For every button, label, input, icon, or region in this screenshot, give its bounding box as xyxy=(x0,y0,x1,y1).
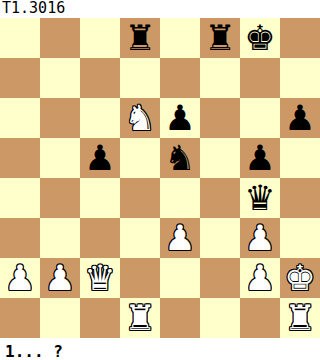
piece-white-queen: ♛ xyxy=(84,258,115,298)
square-g5[interactable]: ♟ xyxy=(240,138,280,178)
square-d2[interactable] xyxy=(120,258,160,298)
piece-black-pawn: ♟ xyxy=(244,138,275,178)
square-d8[interactable]: ♜ xyxy=(120,18,160,58)
square-f8[interactable]: ♜ xyxy=(200,18,240,58)
square-c6[interactable] xyxy=(80,98,120,138)
square-b8[interactable] xyxy=(40,18,80,58)
square-d3[interactable] xyxy=(120,218,160,258)
square-g8[interactable]: ♚ xyxy=(240,18,280,58)
piece-white-pawn: ♟ xyxy=(244,258,275,298)
square-h4[interactable] xyxy=(280,178,320,218)
square-d1[interactable]: ♜ xyxy=(120,298,160,338)
square-b1[interactable] xyxy=(40,298,80,338)
square-g2[interactable]: ♟ xyxy=(240,258,280,298)
square-a7[interactable] xyxy=(0,58,40,98)
square-e4[interactable] xyxy=(160,178,200,218)
square-e5[interactable]: ♞ xyxy=(160,138,200,178)
square-h7[interactable] xyxy=(280,58,320,98)
square-a5[interactable] xyxy=(0,138,40,178)
square-b6[interactable] xyxy=(40,98,80,138)
square-c7[interactable] xyxy=(80,58,120,98)
square-c5[interactable]: ♟ xyxy=(80,138,120,178)
square-a3[interactable] xyxy=(0,218,40,258)
square-g3[interactable]: ♟ xyxy=(240,218,280,258)
puzzle-id: T1.3016 xyxy=(0,0,320,18)
square-d5[interactable] xyxy=(120,138,160,178)
piece-white-rook: ♜ xyxy=(124,298,155,338)
piece-black-rook: ♜ xyxy=(124,18,155,58)
square-g7[interactable] xyxy=(240,58,280,98)
piece-black-pawn: ♟ xyxy=(284,98,315,138)
square-a4[interactable] xyxy=(0,178,40,218)
piece-white-rook: ♜ xyxy=(284,298,315,338)
square-c2[interactable]: ♛ xyxy=(80,258,120,298)
square-a6[interactable] xyxy=(0,98,40,138)
square-a1[interactable] xyxy=(0,298,40,338)
piece-black-pawn: ♟ xyxy=(164,98,195,138)
piece-black-queen: ♛ xyxy=(244,178,275,218)
square-h3[interactable] xyxy=(280,218,320,258)
square-g1[interactable] xyxy=(240,298,280,338)
square-c1[interactable] xyxy=(80,298,120,338)
square-b2[interactable]: ♟ xyxy=(40,258,80,298)
piece-black-king: ♚ xyxy=(244,18,275,58)
square-d7[interactable] xyxy=(120,58,160,98)
square-h6[interactable]: ♟ xyxy=(280,98,320,138)
square-e2[interactable] xyxy=(160,258,200,298)
chess-puzzle-diagram: T1.3016 ♜♜♚♞♟♟♟♞♟♛♟♟♟♟♛♟♚♜♜ 1... ? xyxy=(0,0,320,360)
piece-black-rook: ♜ xyxy=(204,18,235,58)
square-g6[interactable] xyxy=(240,98,280,138)
piece-black-knight: ♞ xyxy=(164,138,195,178)
square-d4[interactable] xyxy=(120,178,160,218)
piece-white-pawn: ♟ xyxy=(4,258,35,298)
square-f2[interactable] xyxy=(200,258,240,298)
square-e1[interactable] xyxy=(160,298,200,338)
square-d6[interactable]: ♞ xyxy=(120,98,160,138)
square-e6[interactable]: ♟ xyxy=(160,98,200,138)
square-e3[interactable]: ♟ xyxy=(160,218,200,258)
piece-white-king: ♚ xyxy=(284,258,315,298)
square-b4[interactable] xyxy=(40,178,80,218)
square-b5[interactable] xyxy=(40,138,80,178)
square-f3[interactable] xyxy=(200,218,240,258)
square-a8[interactable] xyxy=(0,18,40,58)
square-c3[interactable] xyxy=(80,218,120,258)
square-a2[interactable]: ♟ xyxy=(0,258,40,298)
square-g4[interactable]: ♛ xyxy=(240,178,280,218)
piece-white-pawn: ♟ xyxy=(164,218,195,258)
square-f4[interactable] xyxy=(200,178,240,218)
square-b7[interactable] xyxy=(40,58,80,98)
square-f5[interactable] xyxy=(200,138,240,178)
square-e8[interactable] xyxy=(160,18,200,58)
square-e7[interactable] xyxy=(160,58,200,98)
square-c8[interactable] xyxy=(80,18,120,58)
square-h1[interactable]: ♜ xyxy=(280,298,320,338)
move-prompt: 1... ? xyxy=(0,338,320,360)
piece-black-pawn: ♟ xyxy=(84,138,115,178)
square-b3[interactable] xyxy=(40,218,80,258)
square-f1[interactable] xyxy=(200,298,240,338)
piece-white-pawn: ♟ xyxy=(244,218,275,258)
chess-board: ♜♜♚♞♟♟♟♞♟♛♟♟♟♟♛♟♚♜♜ xyxy=(0,18,320,338)
square-f6[interactable] xyxy=(200,98,240,138)
piece-white-knight: ♞ xyxy=(124,98,155,138)
piece-white-pawn: ♟ xyxy=(44,258,75,298)
square-h5[interactable] xyxy=(280,138,320,178)
square-h2[interactable]: ♚ xyxy=(280,258,320,298)
square-c4[interactable] xyxy=(80,178,120,218)
square-f7[interactable] xyxy=(200,58,240,98)
square-h8[interactable] xyxy=(280,18,320,58)
